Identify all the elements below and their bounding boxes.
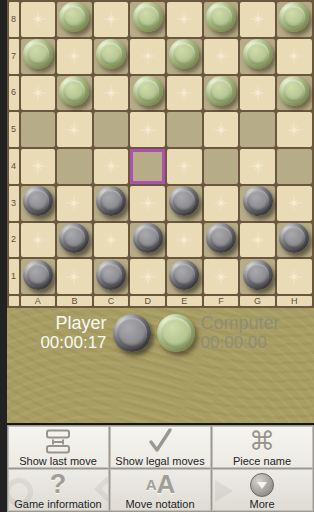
coord-corner <box>9 296 19 306</box>
square-f1[interactable] <box>204 259 239 294</box>
square-a8[interactable] <box>21 2 56 37</box>
square-a5[interactable] <box>21 112 56 147</box>
piece-dark[interactable] <box>169 186 199 216</box>
square-e7[interactable] <box>167 39 202 74</box>
menu-item-show-last-move[interactable]: Show last move <box>8 426 109 468</box>
menu-item-label: Show legal moves <box>115 455 204 467</box>
square-g6[interactable] <box>240 76 275 111</box>
file-label-b: B <box>57 296 92 306</box>
square-e6[interactable] <box>167 76 202 111</box>
font-size-icon: AA <box>146 470 175 497</box>
rank-label-7: 7 <box>9 39 19 74</box>
piece-green[interactable] <box>133 2 163 32</box>
square-a7[interactable] <box>21 39 56 74</box>
menu-item-show-legal-moves[interactable]: Show legal moves <box>110 426 211 468</box>
square-h7[interactable] <box>277 39 312 74</box>
square-h1[interactable] <box>277 259 312 294</box>
menu-item-label: Piece name <box>233 455 291 467</box>
file-label-d: D <box>130 296 165 306</box>
square-f5[interactable] <box>204 112 239 147</box>
rank-label-4: 4 <box>9 149 19 184</box>
square-f3[interactable] <box>204 186 239 221</box>
square-g4[interactable] <box>240 149 275 184</box>
piece-dark[interactable] <box>169 260 199 290</box>
square-c8[interactable] <box>94 2 129 37</box>
menu-item-piece-name[interactable]: ⌘ Piece name <box>212 426 313 468</box>
piece-dark[interactable] <box>243 186 273 216</box>
square-f4[interactable] <box>204 149 239 184</box>
rank-label-8: 8 <box>9 2 19 37</box>
status-bar: Player 00:00:17 Computer 00:00:00 <box>7 308 314 356</box>
square-g2[interactable] <box>240 223 275 258</box>
piece-dark[interactable] <box>23 186 53 216</box>
computer-clock: 00:00:00 <box>201 334 280 353</box>
square-g8[interactable] <box>240 2 275 37</box>
square-g1[interactable] <box>240 259 275 294</box>
square-b5[interactable] <box>57 112 92 147</box>
rank-label-1: 1 <box>9 259 19 294</box>
more-icon <box>250 470 274 497</box>
square-e1[interactable] <box>167 259 202 294</box>
square-c2[interactable] <box>94 223 129 258</box>
piece-green[interactable] <box>96 39 126 69</box>
square-d3[interactable] <box>130 186 165 221</box>
last-move-icon <box>44 427 72 454</box>
square-e2[interactable] <box>167 223 202 258</box>
file-label-g: G <box>240 296 275 306</box>
question-icon: ? <box>50 470 67 497</box>
square-f6[interactable] <box>204 76 239 111</box>
background-area <box>7 356 314 423</box>
player-label: Player <box>40 314 106 334</box>
square-c5[interactable] <box>94 112 129 147</box>
square-b6[interactable] <box>57 76 92 111</box>
rank-label-2: 2 <box>9 223 19 258</box>
piece-green[interactable] <box>279 76 309 106</box>
square-h2[interactable] <box>277 223 312 258</box>
piece-dark[interactable] <box>96 260 126 290</box>
board: 87654321ABCDEFGH <box>7 0 314 308</box>
piece-dark[interactable] <box>279 223 309 253</box>
piece-dark[interactable] <box>133 223 163 253</box>
player-piece-icon <box>113 314 151 352</box>
square-a2[interactable] <box>21 223 56 258</box>
square-g7[interactable] <box>240 39 275 74</box>
rank-label-3: 3 <box>9 186 19 221</box>
computer-block: Computer 00:00:00 <box>201 314 280 352</box>
square-f8[interactable] <box>204 2 239 37</box>
menu-item-label: Move notation <box>125 498 194 510</box>
piece-green[interactable] <box>59 76 89 106</box>
piece-dark[interactable] <box>23 260 53 290</box>
square-d4[interactable] <box>130 149 165 184</box>
square-c1[interactable] <box>94 259 129 294</box>
menu-item-move-notation[interactable]: AA Move notation <box>110 469 211 511</box>
square-g5[interactable] <box>240 112 275 147</box>
piece-green[interactable] <box>243 39 273 69</box>
square-h8[interactable] <box>277 2 312 37</box>
player-clock: 00:00:17 <box>40 334 106 353</box>
square-b1[interactable] <box>57 259 92 294</box>
square-h4[interactable] <box>277 149 312 184</box>
square-b3[interactable] <box>57 186 92 221</box>
square-a3[interactable] <box>21 186 56 221</box>
square-c6[interactable] <box>94 76 129 111</box>
menu-item-label: Show last move <box>19 455 97 467</box>
square-b2[interactable] <box>57 223 92 258</box>
file-label-e: E <box>167 296 202 306</box>
checkers-app-screen: 87654321ABCDEFGH Player 00:00:17 Compute… <box>7 0 314 512</box>
checkmark-icon <box>146 427 174 454</box>
square-d2[interactable] <box>130 223 165 258</box>
square-g3[interactable] <box>240 186 275 221</box>
piece-dark[interactable] <box>206 223 236 253</box>
square-c7[interactable] <box>94 39 129 74</box>
file-label-c: C <box>94 296 129 306</box>
piece-green[interactable] <box>133 76 163 106</box>
square-a4[interactable] <box>21 149 56 184</box>
square-b4[interactable] <box>57 149 92 184</box>
player-block: Player 00:00:17 <box>40 314 106 352</box>
square-h6[interactable] <box>277 76 312 111</box>
square-e5[interactable] <box>167 112 202 147</box>
piece-dark[interactable] <box>59 223 89 253</box>
square-d1[interactable] <box>130 259 165 294</box>
square-a1[interactable] <box>21 259 56 294</box>
square-f7[interactable] <box>204 39 239 74</box>
menu-item-game-information[interactable]: ? Game information <box>8 469 109 511</box>
menu-item-label: Game information <box>14 498 101 510</box>
square-f2[interactable] <box>204 223 239 258</box>
rank-label-6: 6 <box>9 76 19 111</box>
options-menu: Show last move Show legal moves ⌘ Piece … <box>7 423 314 512</box>
square-e3[interactable] <box>167 186 202 221</box>
square-b7[interactable] <box>57 39 92 74</box>
square-e8[interactable] <box>167 2 202 37</box>
square-d5[interactable] <box>130 112 165 147</box>
computer-label: Computer <box>201 314 280 334</box>
piece-green[interactable] <box>206 2 236 32</box>
square-h5[interactable] <box>277 112 312 147</box>
file-label-f: F <box>204 296 239 306</box>
menu-item-more[interactable]: More <box>212 469 313 511</box>
piece-green[interactable] <box>59 2 89 32</box>
menu-item-label: More <box>249 498 274 510</box>
square-a6[interactable] <box>21 76 56 111</box>
square-c3[interactable] <box>94 186 129 221</box>
command-icon: ⌘ <box>249 427 275 454</box>
piece-dark[interactable] <box>96 186 126 216</box>
square-h3[interactable] <box>277 186 312 221</box>
watermark-triangle <box>215 480 233 502</box>
square-e4[interactable] <box>167 149 202 184</box>
square-d8[interactable] <box>130 2 165 37</box>
square-c4[interactable] <box>94 149 129 184</box>
square-d7[interactable] <box>130 39 165 74</box>
square-d6[interactable] <box>130 76 165 111</box>
piece-green[interactable] <box>169 39 199 69</box>
piece-dark[interactable] <box>243 260 273 290</box>
rank-label-5: 5 <box>9 112 19 147</box>
piece-green[interactable] <box>206 76 236 106</box>
file-label-h: H <box>277 296 312 306</box>
piece-green[interactable] <box>23 39 53 69</box>
piece-green[interactable] <box>279 2 309 32</box>
file-label-a: A <box>21 296 56 306</box>
square-b8[interactable] <box>57 2 92 37</box>
computer-piece-icon <box>157 314 195 352</box>
